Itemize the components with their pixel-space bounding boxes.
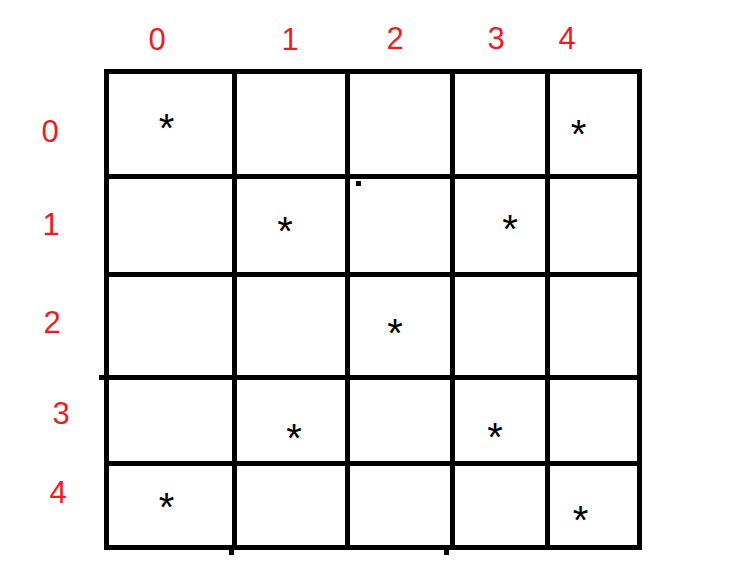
asterisk-mark: *: [571, 114, 587, 154]
row-label-1: 1: [42, 209, 59, 240]
grid-cell-r2c3: [455, 277, 550, 380]
grid-cell-r3c3: *: [455, 380, 550, 466]
asterisk-mark: *: [387, 313, 403, 353]
grid-cell-r0c4: *: [550, 74, 637, 179]
canvas: 0 1 2 3 4 0 1 2 3 4 * * * * * * * * *: [0, 0, 729, 587]
row-label-4: 4: [49, 477, 66, 508]
board-grid: * * * * * * * * *: [104, 69, 642, 550]
column-label-4: 4: [558, 23, 575, 54]
grid-cell-r2c2: *: [350, 277, 455, 380]
column-label-2: 2: [386, 23, 403, 54]
grid-cell-r1c2: [350, 179, 455, 277]
column-label-0: 0: [148, 24, 165, 55]
asterisk-mark: *: [277, 211, 293, 251]
grid-cell-r4c1: [237, 466, 350, 545]
asterisk-mark: *: [286, 418, 302, 458]
grid-cell-r3c0: [109, 380, 237, 466]
bottom-tick-artifact-2: [444, 550, 449, 555]
grid-cell-r4c3: [455, 466, 550, 545]
asterisk-mark: *: [573, 500, 589, 540]
grid-cell-r4c4: *: [550, 466, 637, 545]
grid-cell-r4c2: [350, 466, 455, 545]
grid-cell-r1c4: [550, 179, 637, 277]
grid-cell-r3c4: [550, 380, 637, 466]
grid-cell-r2c1: [237, 277, 350, 380]
grid-cell-r0c1: [237, 74, 350, 179]
grid-cell-r2c0: [109, 277, 237, 380]
column-label-1: 1: [281, 24, 298, 55]
grid-cell-r0c0: *: [109, 74, 237, 179]
grid-cell-r3c1: *: [237, 380, 350, 466]
row-label-0: 0: [41, 116, 58, 147]
row-label-2: 2: [43, 307, 60, 338]
grid-cell-r0c2: [350, 74, 455, 179]
asterisk-mark: *: [502, 209, 518, 249]
asterisk-mark: *: [159, 108, 175, 148]
grid-cell-r1c1: *: [237, 179, 350, 277]
left-tick-artifact: [99, 375, 105, 380]
grid-cell-r2c4: [550, 277, 637, 380]
grid-cell-r1c0: [109, 179, 237, 277]
grid-cell-r1c3: *: [455, 179, 550, 277]
asterisk-mark: *: [159, 487, 175, 527]
bottom-tick-artifact-1: [229, 550, 234, 555]
grid-cell-r3c2: [350, 380, 455, 466]
asterisk-mark: *: [487, 417, 503, 457]
grid-cell-r4c0: *: [109, 466, 237, 545]
grid-cell-r0c3: [455, 74, 550, 179]
stray-dot-artifact: [356, 181, 361, 186]
row-label-3: 3: [52, 398, 69, 429]
column-label-3: 3: [487, 23, 504, 54]
